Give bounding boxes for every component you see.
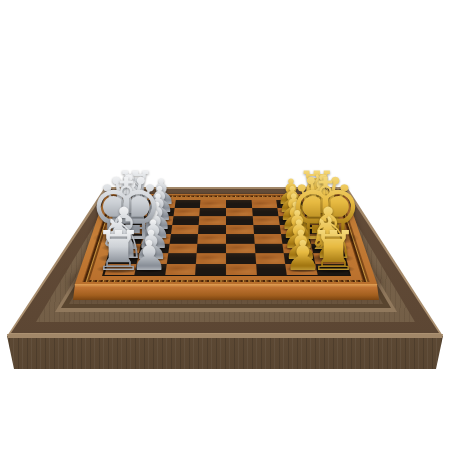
square-d8[interactable] [307,225,337,234]
square-f2[interactable] [139,243,169,253]
square-d2[interactable] [143,225,172,234]
square-c4[interactable] [199,216,226,225]
square-g5[interactable] [226,253,256,263]
square-d7[interactable] [280,225,309,234]
square-h8[interactable] [315,264,348,275]
square-f3[interactable] [168,243,198,253]
square-e4[interactable] [198,234,226,243]
square-e7[interactable] [281,234,311,243]
square-g7[interactable] [284,253,315,263]
square-f7[interactable] [283,243,313,253]
square-a2[interactable] [149,200,176,208]
square-c8[interactable] [305,216,334,225]
square-e8[interactable] [309,234,339,243]
square-c1[interactable] [118,216,147,225]
leather-board-top [75,194,378,285]
square-d6[interactable] [253,225,281,234]
square-c7[interactable] [279,216,307,225]
square-c6[interactable] [252,216,280,225]
square-b7[interactable] [278,208,306,216]
square-a3[interactable] [174,200,200,208]
square-a6[interactable] [251,200,277,208]
square-a1[interactable] [123,200,150,208]
square-d4[interactable] [198,225,226,234]
square-b3[interactable] [173,208,200,216]
square-b6[interactable] [252,208,279,216]
square-e6[interactable] [254,234,283,243]
square-e1[interactable] [113,234,143,243]
square-g8[interactable] [313,253,345,263]
square-c5[interactable] [226,216,253,225]
square-d1[interactable] [116,225,146,234]
square-f5[interactable] [226,243,255,253]
square-g4[interactable] [196,253,226,263]
square-b5[interactable] [226,208,252,216]
square-g3[interactable] [167,253,197,263]
square-h4[interactable] [195,264,226,275]
square-g6[interactable] [255,253,285,263]
square-g2[interactable] [137,253,168,263]
square-h5[interactable] [226,264,257,275]
square-a4[interactable] [200,200,226,208]
square-e3[interactable] [169,234,198,243]
square-b4[interactable] [200,208,226,216]
square-b2[interactable] [147,208,175,216]
square-a7[interactable] [276,200,303,208]
square-f4[interactable] [197,243,226,253]
square-d5[interactable] [226,225,254,234]
square-c3[interactable] [172,216,200,225]
square-d3[interactable] [171,225,199,234]
square-h6[interactable] [256,264,287,275]
square-f6[interactable] [254,243,284,253]
square-g1[interactable] [107,253,139,263]
square-e2[interactable] [141,234,171,243]
square-h2[interactable] [134,264,166,275]
square-f1[interactable] [110,243,141,253]
square-c2[interactable] [145,216,173,225]
square-h1[interactable] [104,264,137,275]
square-a5[interactable] [226,200,252,208]
square-h7[interactable] [285,264,317,275]
square-b8[interactable] [303,208,331,216]
square-a8[interactable] [302,200,329,208]
square-e5[interactable] [226,234,254,243]
chess-board [102,200,351,276]
leather-board-front-edge [73,284,379,300]
square-h3[interactable] [165,264,196,275]
square-b1[interactable] [120,208,148,216]
chess-set-photo: ♜♞♝♛♚♝♞♜♟♟♟♟♟♟♟♟♟♟♟♟♟♟♟♟♜♞♝♛♚♝♞♜ [0,0,450,450]
square-f8[interactable] [311,243,342,253]
